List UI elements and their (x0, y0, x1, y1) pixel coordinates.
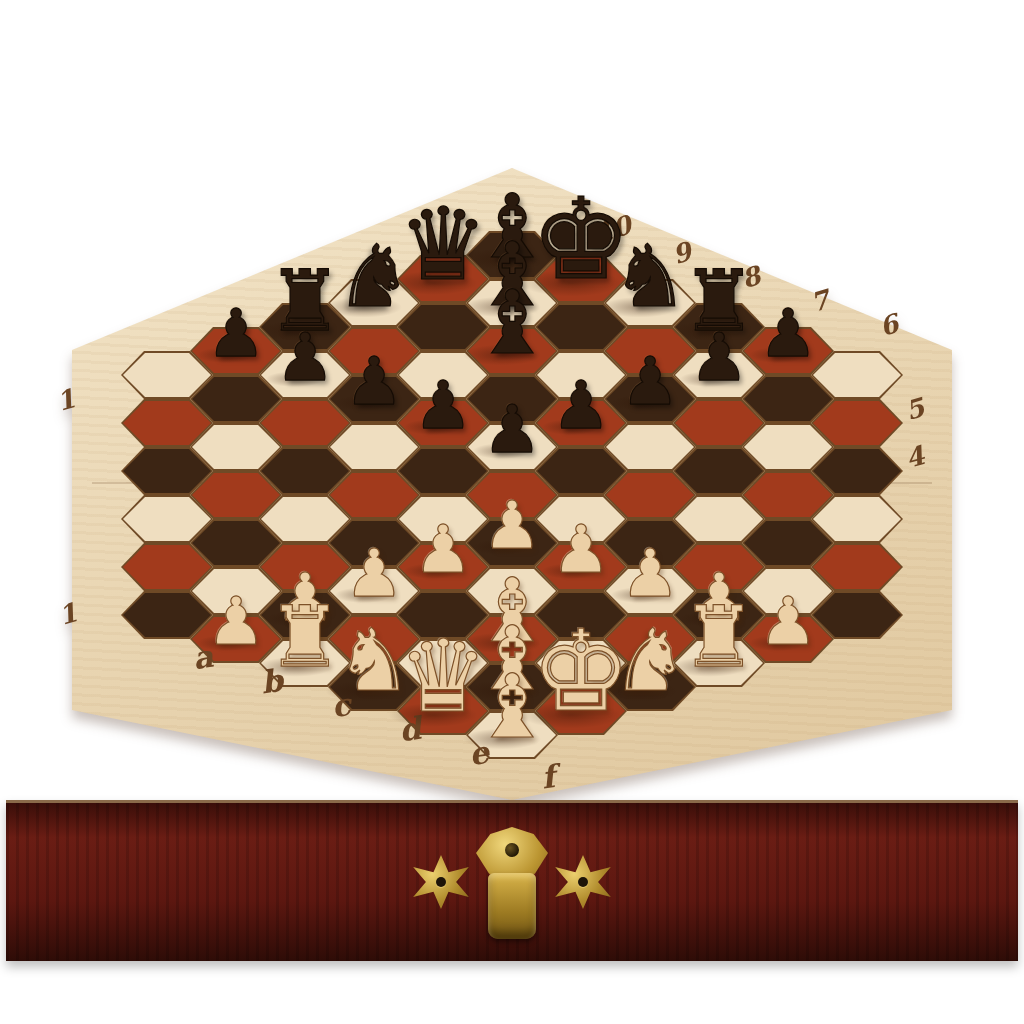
cell-surface-b5 (192, 425, 280, 469)
cell-surface-d6 (330, 425, 418, 469)
black-pawn-f7[interactable]: ♟ (482, 397, 541, 463)
black-pawn-k7[interactable]: ♟ (758, 301, 817, 367)
cell-surface-c4 (261, 497, 349, 541)
black-pawn-i7[interactable]: ♟ (689, 325, 748, 391)
cell-surface-l4 (813, 449, 901, 493)
latch-screw (578, 877, 588, 887)
white-pawn-d3[interactable]: ♟ (344, 541, 403, 607)
cell-surface-a3 (123, 497, 211, 541)
cell-surface-a2 (123, 545, 211, 589)
white-pawn-f5[interactable]: ♟ (482, 493, 541, 559)
cell-surface-a4 (123, 449, 211, 493)
black-bishop-f9[interactable]: ♝ (473, 279, 552, 367)
cell-surface-b6 (192, 377, 280, 421)
cell-surface-a5 (123, 401, 211, 445)
white-pawn-k1[interactable]: ♟ (758, 589, 817, 655)
cell-surface-i5 (675, 449, 763, 493)
cell-surface-b3 (192, 521, 280, 565)
cell-surface-l6 (813, 353, 901, 397)
latch-clasp (488, 873, 536, 939)
black-knight-d9[interactable]: ♞ (335, 233, 412, 319)
white-pawn-g4[interactable]: ♟ (551, 517, 610, 583)
cell-surface-a6 (123, 353, 211, 397)
cell-surface-i4 (675, 497, 763, 541)
cell-surface-l2 (813, 545, 901, 589)
cell-surface-i6 (675, 401, 763, 445)
cell-surface-c5 (261, 449, 349, 493)
white-pawn-b1[interactable]: ♟ (206, 589, 265, 655)
cell-surface-l5 (813, 401, 901, 445)
black-pawn-d7[interactable]: ♟ (344, 349, 403, 415)
cell-surface-b4 (192, 473, 280, 517)
latch-keyhole (505, 843, 519, 857)
black-pawn-e7[interactable]: ♟ (413, 373, 472, 439)
scene: abcdef1098765411 ♚♛♜♜♞♞♝♝♝♟♟♟♟♟♟♟♟♟♚♛♜♜♞… (0, 0, 1024, 1024)
latch-left-plate (412, 855, 470, 909)
storage-box-front (6, 800, 1018, 961)
white-rook-i1[interactable]: ♜ (681, 595, 756, 679)
cell-surface-c6 (261, 401, 349, 445)
black-pawn-b7[interactable]: ♟ (206, 301, 265, 367)
latch-right-plate (554, 855, 612, 909)
black-pawn-c7[interactable]: ♟ (275, 325, 334, 391)
cell-surface-e6 (399, 449, 487, 493)
white-rook-c1[interactable]: ♜ (267, 595, 342, 679)
latch-screw (436, 877, 446, 887)
cell-surface-k4 (744, 473, 832, 517)
black-knight-h9[interactable]: ♞ (611, 233, 688, 319)
cell-surface-k5 (744, 425, 832, 469)
black-pawn-h7[interactable]: ♟ (620, 349, 679, 415)
white-bishop-f1[interactable]: ♝ (473, 663, 552, 751)
cell-surface-k6 (744, 377, 832, 421)
white-pawn-h3[interactable]: ♟ (620, 541, 679, 607)
cell-surface-g6 (537, 449, 625, 493)
black-pawn-g7[interactable]: ♟ (551, 373, 610, 439)
cell-surface-h5 (606, 473, 694, 517)
white-pawn-e4[interactable]: ♟ (413, 517, 472, 583)
cell-surface-l3 (813, 497, 901, 541)
cell-surface-a1 (123, 593, 211, 637)
cell-surface-k3 (744, 521, 832, 565)
cell-surface-l1 (813, 593, 901, 637)
cell-surface-d5 (330, 473, 418, 517)
cell-surface-h6 (606, 425, 694, 469)
